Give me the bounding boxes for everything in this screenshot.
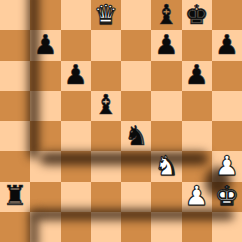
- square-h2[interactable]: ♚: [212, 182, 242, 212]
- square-g1[interactable]: [182, 212, 212, 242]
- piece-black-pawn[interactable]: ♟: [33, 31, 57, 58]
- square-e5[interactable]: [121, 91, 151, 121]
- square-d4[interactable]: [91, 121, 121, 151]
- square-a3[interactable]: [0, 151, 30, 181]
- square-c8[interactable]: [61, 0, 91, 30]
- square-h6[interactable]: [212, 61, 242, 91]
- square-d1[interactable]: [91, 212, 121, 242]
- square-c3[interactable]: [61, 151, 91, 181]
- square-a8[interactable]: [0, 0, 30, 30]
- square-g4[interactable]: [182, 121, 212, 151]
- square-c1[interactable]: [61, 212, 91, 242]
- square-g2[interactable]: ♟: [182, 182, 212, 212]
- square-b8[interactable]: [30, 0, 60, 30]
- piece-white-pawn[interactable]: ♟: [185, 182, 209, 209]
- square-g8[interactable]: ♚: [182, 0, 212, 30]
- square-f3[interactable]: ♞: [151, 151, 181, 181]
- square-f8[interactable]: ♝: [151, 0, 181, 30]
- square-e3[interactable]: [121, 151, 151, 181]
- piece-black-pawn[interactable]: ♟: [64, 61, 88, 88]
- square-d3[interactable]: [91, 151, 121, 181]
- square-h5[interactable]: [212, 91, 242, 121]
- square-f4[interactable]: [151, 121, 181, 151]
- square-e8[interactable]: [121, 0, 151, 30]
- chess-board: ♛♝♚♟♟♟♟♟♝♞♞♟♜♟♚: [0, 0, 242, 242]
- piece-black-bishop[interactable]: ♝: [154, 1, 178, 28]
- square-h3[interactable]: ♟: [212, 151, 242, 181]
- square-g3[interactable]: [182, 151, 212, 181]
- piece-white-queen[interactable]: ♛: [94, 1, 118, 28]
- square-d8[interactable]: ♛: [91, 0, 121, 30]
- square-h7[interactable]: ♟: [212, 30, 242, 60]
- square-c7[interactable]: [61, 30, 91, 60]
- piece-black-pawn[interactable]: ♟: [185, 61, 209, 88]
- square-f5[interactable]: [151, 91, 181, 121]
- square-g7[interactable]: [182, 30, 212, 60]
- square-h8[interactable]: [212, 0, 242, 30]
- square-d5[interactable]: ♝: [91, 91, 121, 121]
- square-e2[interactable]: [121, 182, 151, 212]
- square-c2[interactable]: [61, 182, 91, 212]
- square-g6[interactable]: ♟: [182, 61, 212, 91]
- square-a7[interactable]: [0, 30, 30, 60]
- piece-black-pawn[interactable]: ♟: [215, 31, 239, 58]
- square-e7[interactable]: [121, 30, 151, 60]
- square-e1[interactable]: [121, 212, 151, 242]
- square-h4[interactable]: [212, 121, 242, 151]
- square-a4[interactable]: [0, 121, 30, 151]
- square-f6[interactable]: [151, 61, 181, 91]
- square-a1[interactable]: [0, 212, 30, 242]
- square-b6[interactable]: [30, 61, 60, 91]
- piece-white-king[interactable]: ♚: [215, 182, 239, 209]
- piece-black-knight[interactable]: ♞: [124, 122, 148, 149]
- square-h1[interactable]: [212, 212, 242, 242]
- square-a6[interactable]: [0, 61, 30, 91]
- square-c5[interactable]: [61, 91, 91, 121]
- square-b7[interactable]: ♟: [30, 30, 60, 60]
- piece-black-bishop[interactable]: ♝: [94, 91, 118, 118]
- square-d2[interactable]: [91, 182, 121, 212]
- piece-black-king[interactable]: ♚: [185, 1, 209, 28]
- square-e4[interactable]: ♞: [121, 121, 151, 151]
- piece-black-rook[interactable]: ♜: [3, 182, 27, 209]
- square-b5[interactable]: [30, 91, 60, 121]
- square-b4[interactable]: [30, 121, 60, 151]
- square-f1[interactable]: [151, 212, 181, 242]
- piece-black-pawn[interactable]: ♟: [154, 31, 178, 58]
- square-a5[interactable]: [0, 91, 30, 121]
- square-c4[interactable]: [61, 121, 91, 151]
- piece-white-knight[interactable]: ♞: [154, 152, 178, 179]
- square-c6[interactable]: ♟: [61, 61, 91, 91]
- square-b2[interactable]: [30, 182, 60, 212]
- square-d7[interactable]: [91, 30, 121, 60]
- piece-white-pawn[interactable]: ♟: [215, 152, 239, 179]
- square-g5[interactable]: [182, 91, 212, 121]
- square-f7[interactable]: ♟: [151, 30, 181, 60]
- square-d6[interactable]: [91, 61, 121, 91]
- square-b1[interactable]: [30, 212, 60, 242]
- square-e6[interactable]: [121, 61, 151, 91]
- square-a2[interactable]: ♜: [0, 182, 30, 212]
- square-b3[interactable]: [30, 151, 60, 181]
- chess-board-wrapper: ♛♝♚♟♟♟♟♟♝♞♞♟♜♟♚: [0, 0, 242, 242]
- square-f2[interactable]: [151, 182, 181, 212]
